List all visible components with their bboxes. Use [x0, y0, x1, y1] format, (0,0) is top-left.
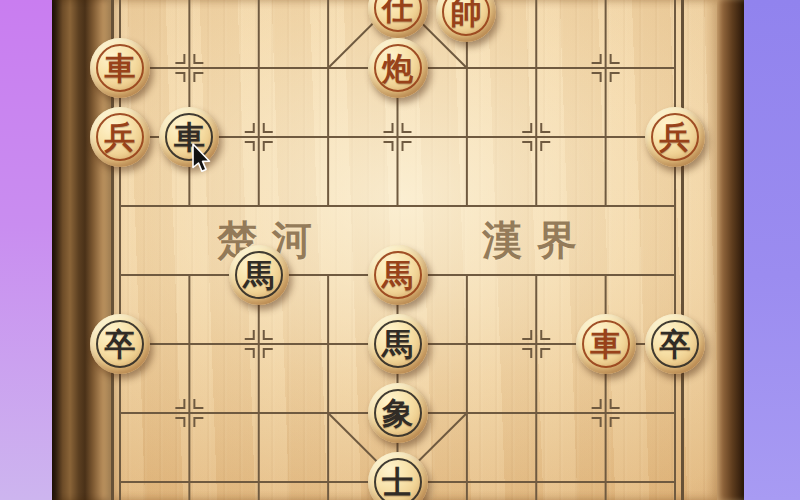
xiangqi-game-screen: 楚河 漢界 仕帥車炮兵車兵馬馬卒馬車卒象士: [0, 0, 800, 500]
piece-red-h7[interactable]: 車: [576, 314, 636, 374]
piece-glyph: 車: [174, 121, 205, 153]
river-label-han: 漢界: [482, 217, 592, 263]
piece-black-e9[interactable]: 士: [368, 452, 428, 500]
piece-glyph: 卒: [105, 328, 136, 360]
piece-glyph: 兵: [660, 121, 691, 153]
piece-glyph: 象: [382, 397, 413, 429]
piece-glyph: 卒: [660, 328, 691, 360]
piece-glyph: 帥: [450, 0, 481, 28]
background-left: [0, 0, 60, 500]
piece-glyph: 馬: [382, 328, 413, 360]
piece-black-b4[interactable]: 車: [159, 107, 219, 167]
piece-black-c6[interactable]: 馬: [229, 245, 289, 305]
piece-red-a4[interactable]: 兵: [90, 107, 150, 167]
piece-glyph: 士: [382, 466, 413, 498]
piece-black-e7[interactable]: 馬: [368, 314, 428, 374]
piece-glyph: 馬: [243, 259, 274, 291]
piece-black-e8[interactable]: 象: [368, 383, 428, 443]
background-right: [740, 0, 800, 500]
piece-glyph: 車: [105, 52, 136, 84]
piece-glyph: 車: [590, 328, 621, 360]
piece-glyph: 兵: [105, 121, 136, 153]
piece-red-e6[interactable]: 馬: [368, 245, 428, 305]
piece-red-e3[interactable]: 炮: [368, 38, 428, 98]
piece-glyph: 仕: [382, 0, 413, 24]
piece-red-i4[interactable]: 兵: [645, 107, 705, 167]
piece-black-a7[interactable]: 卒: [90, 314, 150, 374]
piece-black-i7[interactable]: 卒: [645, 314, 705, 374]
board-frame-right: [716, 0, 744, 500]
piece-glyph: 炮: [382, 52, 413, 84]
piece-glyph: 馬: [382, 259, 413, 291]
piece-red-a3[interactable]: 車: [90, 38, 150, 98]
